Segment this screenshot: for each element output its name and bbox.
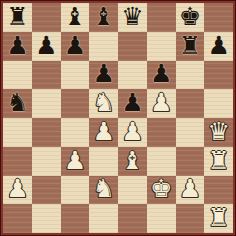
- square-b5[interactable]: [32, 89, 61, 118]
- square-d6[interactable]: ♟: [89, 61, 118, 90]
- square-f3[interactable]: [147, 147, 176, 176]
- square-e6[interactable]: [118, 61, 147, 90]
- black-knight: ♞: [6, 90, 28, 115]
- square-f5[interactable]: ♟: [147, 89, 176, 118]
- white-rook: ♜: [207, 205, 229, 230]
- square-c6[interactable]: [61, 61, 90, 90]
- square-g7[interactable]: ♜: [176, 32, 205, 61]
- square-f4[interactable]: [147, 118, 176, 147]
- square-g5[interactable]: [176, 89, 205, 118]
- black-pawn: ♟: [6, 33, 28, 58]
- black-bishop: ♝: [92, 4, 114, 29]
- white-pawn: ♟: [179, 176, 201, 201]
- square-a8[interactable]: ♜: [3, 3, 32, 32]
- white-pawn: ♟: [121, 119, 143, 144]
- square-d7[interactable]: [89, 32, 118, 61]
- black-pawn: ♟: [207, 33, 229, 58]
- square-d1[interactable]: [89, 204, 118, 233]
- white-queen: ♛: [207, 119, 229, 144]
- white-pawn: ♟: [92, 119, 114, 144]
- square-h8[interactable]: [204, 3, 233, 32]
- square-h7[interactable]: ♟: [204, 32, 233, 61]
- black-pawn: ♟: [150, 61, 172, 86]
- square-a5[interactable]: ♞: [3, 89, 32, 118]
- square-f6[interactable]: ♟: [147, 61, 176, 90]
- square-c1[interactable]: [61, 204, 90, 233]
- square-b3[interactable]: [32, 147, 61, 176]
- square-b1[interactable]: [32, 204, 61, 233]
- square-e4[interactable]: ♟: [118, 118, 147, 147]
- black-pawn: ♟: [121, 90, 143, 115]
- square-h5[interactable]: [204, 89, 233, 118]
- square-e2[interactable]: [118, 176, 147, 205]
- chess-board: ♜♝♝♛♚♟♟♟♜♟♟♟♞♞♟♟♟♟♛♟♝♜♟♞♚♟♜: [3, 3, 233, 233]
- square-h2[interactable]: [204, 176, 233, 205]
- white-pawn: ♟: [64, 148, 86, 173]
- square-d5[interactable]: ♞: [89, 89, 118, 118]
- square-d3[interactable]: [89, 147, 118, 176]
- square-d2[interactable]: ♞: [89, 176, 118, 205]
- square-c8[interactable]: ♝: [61, 3, 90, 32]
- square-e3[interactable]: ♝: [118, 147, 147, 176]
- white-pawn: ♟: [6, 176, 28, 201]
- square-e7[interactable]: [118, 32, 147, 61]
- board-frame: ♜♝♝♛♚♟♟♟♜♟♟♟♞♞♟♟♟♟♛♟♝♜♟♞♚♟♜: [0, 0, 236, 236]
- square-a2[interactable]: ♟: [3, 176, 32, 205]
- square-e8[interactable]: ♛: [118, 3, 147, 32]
- square-b6[interactable]: [32, 61, 61, 90]
- square-a4[interactable]: [3, 118, 32, 147]
- black-queen: ♛: [121, 4, 143, 29]
- square-c7[interactable]: ♟: [61, 32, 90, 61]
- square-h4[interactable]: ♛: [204, 118, 233, 147]
- white-knight: ♞: [92, 176, 114, 201]
- black-bishop: ♝: [64, 4, 86, 29]
- square-g6[interactable]: [176, 61, 205, 90]
- white-bishop: ♝: [121, 148, 143, 173]
- square-c3[interactable]: ♟: [61, 147, 90, 176]
- square-f2[interactable]: ♚: [147, 176, 176, 205]
- square-g1[interactable]: [176, 204, 205, 233]
- black-pawn: ♟: [64, 33, 86, 58]
- square-b4[interactable]: [32, 118, 61, 147]
- square-g3[interactable]: [176, 147, 205, 176]
- white-king: ♚: [150, 176, 172, 201]
- square-a6[interactable]: [3, 61, 32, 90]
- square-d4[interactable]: ♟: [89, 118, 118, 147]
- square-h3[interactable]: ♜: [204, 147, 233, 176]
- square-h6[interactable]: [204, 61, 233, 90]
- square-b8[interactable]: [32, 3, 61, 32]
- square-b7[interactable]: ♟: [32, 32, 61, 61]
- black-pawn: ♟: [35, 33, 57, 58]
- square-f7[interactable]: [147, 32, 176, 61]
- square-h1[interactable]: ♜: [204, 204, 233, 233]
- square-e5[interactable]: ♟: [118, 89, 147, 118]
- black-pawn: ♟: [92, 61, 114, 86]
- black-rook: ♜: [179, 33, 201, 58]
- square-c4[interactable]: [61, 118, 90, 147]
- square-g2[interactable]: ♟: [176, 176, 205, 205]
- white-pawn: ♟: [150, 90, 172, 115]
- square-a7[interactable]: ♟: [3, 32, 32, 61]
- square-d8[interactable]: ♝: [89, 3, 118, 32]
- black-king: ♚: [179, 4, 201, 29]
- black-rook: ♜: [6, 4, 28, 29]
- square-f8[interactable]: [147, 3, 176, 32]
- square-c5[interactable]: [61, 89, 90, 118]
- square-c2[interactable]: [61, 176, 90, 205]
- square-g8[interactable]: ♚: [176, 3, 205, 32]
- square-a3[interactable]: [3, 147, 32, 176]
- white-rook: ♜: [207, 148, 229, 173]
- square-g4[interactable]: [176, 118, 205, 147]
- square-a1[interactable]: [3, 204, 32, 233]
- white-knight: ♞: [92, 90, 114, 115]
- square-f1[interactable]: [147, 204, 176, 233]
- square-b2[interactable]: [32, 176, 61, 205]
- square-e1[interactable]: [118, 204, 147, 233]
